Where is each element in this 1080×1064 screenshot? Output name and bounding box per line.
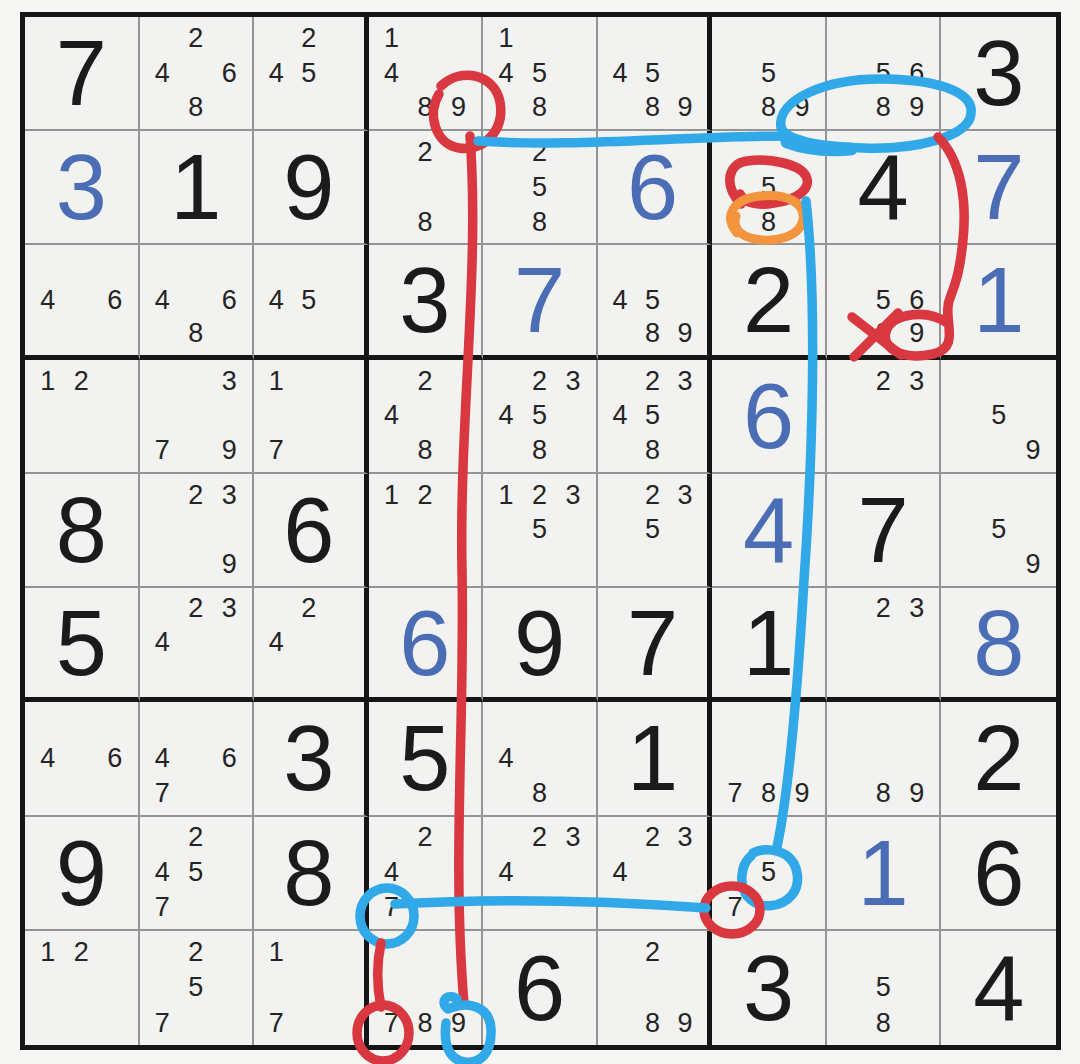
- cell-r1c4[interactable]: 1489: [369, 17, 484, 131]
- candidates: 48: [489, 706, 590, 810]
- candidate-1: 1: [375, 21, 409, 56]
- candidates: 46: [31, 249, 132, 350]
- cell-r3c7[interactable]: 2: [712, 245, 827, 359]
- candidate-1: 1: [260, 935, 293, 970]
- candidate-3: 3: [556, 478, 590, 513]
- candidates: 4589: [604, 249, 702, 350]
- entered-digit: 7: [514, 254, 565, 346]
- given-digit: 8: [283, 827, 334, 919]
- candidate-2: 2: [65, 364, 99, 399]
- cell-r1c9[interactable]: 3: [941, 17, 1056, 131]
- candidates: 1458: [489, 21, 590, 125]
- given-digit: 1: [170, 141, 221, 233]
- cell-r8c2[interactable]: 2457: [140, 817, 255, 931]
- cell-r3c9[interactable]: 1: [941, 245, 1056, 359]
- candidate-8: 8: [523, 433, 557, 468]
- candidate-8: 8: [866, 1006, 900, 1041]
- candidate-5: 5: [752, 855, 786, 890]
- candidate-5: 5: [523, 170, 557, 205]
- candidate-3: 3: [669, 478, 702, 513]
- candidate-8: 8: [636, 1006, 669, 1041]
- candidate-8: 8: [523, 205, 557, 240]
- entered-digit: 6: [399, 597, 450, 689]
- candidates: 59: [947, 364, 1050, 468]
- candidate-5: 5: [752, 170, 786, 205]
- candidate-2: 2: [65, 935, 99, 970]
- candidate-9: 9: [669, 1006, 702, 1041]
- cell-r4c3[interactable]: 17: [254, 360, 369, 474]
- cell-r1c6[interactable]: 4589: [598, 17, 713, 131]
- given-digit: 5: [56, 597, 107, 689]
- candidate-2: 2: [293, 21, 326, 56]
- candidate-5: 5: [866, 56, 900, 91]
- candidate-5: 5: [866, 283, 900, 317]
- candidate-3: 3: [900, 592, 934, 626]
- candidates: 247: [375, 821, 476, 925]
- candidate-4: 4: [31, 741, 65, 776]
- candidate-8: 8: [408, 433, 442, 468]
- given-digit: 3: [283, 712, 334, 804]
- candidate-4: 4: [260, 626, 293, 660]
- candidate-3: 3: [556, 364, 590, 399]
- candidate-3: 3: [900, 364, 934, 399]
- candidates: 1489: [375, 21, 476, 125]
- cell-r7c1[interactable]: 46: [25, 702, 140, 816]
- cell-r5c5[interactable]: 1235: [483, 474, 598, 588]
- cell-r3c5[interactable]: 7: [483, 245, 598, 359]
- candidate-3: 3: [669, 821, 702, 856]
- cell-r7c6[interactable]: 1: [598, 702, 713, 816]
- candidates: 17: [260, 364, 358, 468]
- candidate-4: 4: [146, 855, 180, 890]
- candidate-7: 7: [260, 1006, 293, 1041]
- candidate-5: 5: [636, 398, 669, 433]
- candidate-2: 2: [636, 364, 669, 399]
- cell-r7c9[interactable]: 2: [941, 702, 1056, 816]
- given-digit: 2: [743, 254, 794, 346]
- candidate-2: 2: [636, 478, 669, 513]
- candidates: 59: [947, 478, 1050, 582]
- cell-r5c2[interactable]: 239: [140, 474, 255, 588]
- candidate-4: 4: [31, 283, 65, 317]
- candidates: 58: [718, 135, 819, 239]
- cell-r8c4[interactable]: 247: [369, 817, 484, 931]
- cell-r2c2[interactable]: 1: [140, 131, 255, 245]
- candidate-8: 8: [636, 90, 669, 125]
- cell-r2c7[interactable]: 58: [712, 131, 827, 245]
- candidate-9: 9: [1016, 433, 1050, 468]
- candidate-3: 3: [556, 821, 590, 856]
- cell-r4c6[interactable]: 23458: [598, 360, 713, 474]
- cell-r3c1[interactable]: 46: [25, 245, 140, 359]
- given-digit: 6: [973, 827, 1024, 919]
- cell-r7c2[interactable]: 467: [140, 702, 255, 816]
- candidate-9: 9: [900, 90, 934, 125]
- given-digit: 4: [858, 141, 909, 233]
- candidates: 5689: [833, 249, 934, 350]
- candidate-8: 8: [523, 90, 557, 125]
- candidates: 12: [31, 935, 132, 1041]
- candidate-4: 4: [146, 741, 180, 776]
- candidate-4: 4: [604, 283, 637, 317]
- cell-r6c2[interactable]: 234: [140, 588, 255, 702]
- candidate-8: 8: [408, 90, 442, 125]
- candidate-3: 3: [213, 592, 247, 626]
- candidate-5: 5: [523, 513, 557, 548]
- candidate-9: 9: [1016, 547, 1050, 582]
- candidate-9: 9: [785, 776, 819, 811]
- candidates: 239: [146, 478, 247, 582]
- entered-digit: 6: [743, 370, 794, 462]
- candidate-5: 5: [636, 513, 669, 548]
- candidate-6: 6: [900, 283, 934, 317]
- cell-r2c3[interactable]: 9: [254, 131, 369, 245]
- given-digit: 1: [627, 712, 678, 804]
- candidate-5: 5: [293, 56, 326, 91]
- candidates: 12: [375, 478, 476, 582]
- candidates: 23: [833, 592, 934, 693]
- cell-r4c7[interactable]: 6: [712, 360, 827, 474]
- entered-digit: 3: [56, 141, 107, 233]
- candidate-4: 4: [146, 56, 180, 91]
- candidate-7: 7: [146, 1006, 180, 1041]
- candidates: 589: [718, 21, 819, 125]
- cell-r8c7[interactable]: 57: [712, 817, 827, 931]
- candidate-2: 2: [866, 364, 900, 399]
- candidate-2: 2: [293, 592, 326, 626]
- cell-r3c2[interactable]: 468: [140, 245, 255, 359]
- cell-r3c6[interactable]: 4589: [598, 245, 713, 359]
- candidate-2: 2: [636, 935, 669, 970]
- cell-r7c4[interactable]: 5: [369, 702, 484, 816]
- cell-r9c9[interactable]: 4: [941, 931, 1056, 1045]
- candidate-4: 4: [375, 56, 409, 91]
- entered-digit: 1: [973, 254, 1024, 346]
- cell-r2c4[interactable]: 28: [369, 131, 484, 245]
- cell-r3c3[interactable]: 45: [254, 245, 369, 359]
- candidate-5: 5: [293, 283, 326, 317]
- given-digit: 3: [399, 254, 450, 346]
- candidate-4: 4: [375, 398, 409, 433]
- candidates: 57: [718, 821, 819, 925]
- candidate-9: 9: [669, 90, 702, 125]
- cell-r6c1[interactable]: 5: [25, 588, 140, 702]
- candidate-8: 8: [636, 433, 669, 468]
- candidate-4: 4: [146, 283, 180, 317]
- candidate-9: 9: [785, 90, 819, 125]
- candidates: 45: [260, 249, 358, 350]
- candidate-5: 5: [982, 398, 1016, 433]
- cell-r5c8[interactable]: 7: [827, 474, 942, 588]
- candidate-2: 2: [523, 821, 557, 856]
- candidate-2: 2: [523, 135, 557, 170]
- given-digit: 3: [973, 27, 1024, 119]
- candidate-2: 2: [523, 478, 557, 513]
- candidates: 789: [375, 935, 476, 1041]
- cell-r7c3[interactable]: 3: [254, 702, 369, 816]
- candidate-2: 2: [179, 592, 213, 626]
- cell-r5c4[interactable]: 12: [369, 474, 484, 588]
- candidate-1: 1: [31, 935, 65, 970]
- cell-r9c2[interactable]: 257: [140, 931, 255, 1045]
- candidate-5: 5: [866, 970, 900, 1005]
- candidate-8: 8: [179, 317, 213, 351]
- candidates: 257: [146, 935, 247, 1041]
- candidate-8: 8: [866, 90, 900, 125]
- cell-r5c1[interactable]: 8: [25, 474, 140, 588]
- candidate-4: 4: [604, 56, 637, 91]
- cell-r9c8[interactable]: 58: [827, 931, 942, 1045]
- candidate-6: 6: [98, 283, 132, 317]
- candidates: 789: [718, 706, 819, 810]
- candidates: 234: [146, 592, 247, 693]
- candidate-5: 5: [636, 283, 669, 317]
- candidate-6: 6: [213, 283, 247, 317]
- cell-r1c1[interactable]: 7: [25, 17, 140, 131]
- screenshot: 7246824514891458458958956893319282586584…: [0, 0, 1080, 1064]
- given-digit: 7: [56, 27, 107, 119]
- candidate-8: 8: [866, 776, 900, 811]
- candidates: 289: [604, 935, 702, 1041]
- given-digit: 8: [56, 484, 107, 576]
- cell-r2c6[interactable]: 6: [598, 131, 713, 245]
- candidate-2: 2: [866, 592, 900, 626]
- cell-r9c6[interactable]: 289: [598, 931, 713, 1045]
- cell-r7c5[interactable]: 48: [483, 702, 598, 816]
- cell-r2c5[interactable]: 258: [483, 131, 598, 245]
- candidate-3: 3: [213, 478, 247, 513]
- candidates: 24: [260, 592, 358, 693]
- candidate-1: 1: [31, 364, 65, 399]
- entered-digit: 4: [743, 484, 794, 576]
- candidate-2: 2: [179, 821, 213, 856]
- candidate-4: 4: [489, 855, 523, 890]
- candidate-8: 8: [752, 205, 786, 240]
- candidate-7: 7: [718, 776, 752, 811]
- candidate-6: 6: [213, 56, 247, 91]
- candidate-4: 4: [489, 398, 523, 433]
- candidate-5: 5: [636, 56, 669, 91]
- candidate-2: 2: [179, 21, 213, 56]
- cell-r7c8[interactable]: 89: [827, 702, 942, 816]
- candidate-7: 7: [375, 890, 409, 925]
- cell-r1c5[interactable]: 1458: [483, 17, 598, 131]
- candidate-4: 4: [489, 56, 523, 91]
- candidates: 1235: [489, 478, 590, 582]
- candidate-5: 5: [179, 855, 213, 890]
- candidate-7: 7: [718, 890, 752, 925]
- given-digit: 7: [858, 484, 909, 576]
- entered-digit: 8: [973, 597, 1024, 689]
- candidates: 28: [375, 135, 476, 239]
- cell-r4c8[interactable]: 23: [827, 360, 942, 474]
- given-digit: 3: [743, 942, 794, 1034]
- candidates: 23: [833, 364, 934, 468]
- cell-r9c3[interactable]: 17: [254, 931, 369, 1045]
- candidate-9: 9: [442, 1006, 476, 1041]
- cell-r6c3[interactable]: 24: [254, 588, 369, 702]
- given-digit: 7: [627, 597, 678, 689]
- candidate-3: 3: [213, 364, 247, 399]
- candidates: 12: [31, 364, 132, 468]
- candidate-4: 4: [604, 855, 637, 890]
- candidate-2: 2: [408, 364, 442, 399]
- candidate-9: 9: [900, 317, 934, 351]
- cell-r1c2[interactable]: 2468: [140, 17, 255, 131]
- entered-digit: 6: [627, 141, 678, 233]
- candidate-4: 4: [146, 626, 180, 660]
- cell-r6c5[interactable]: 9: [483, 588, 598, 702]
- candidate-7: 7: [146, 433, 180, 468]
- candidate-3: 3: [669, 364, 702, 399]
- cell-r8c1[interactable]: 9: [25, 817, 140, 931]
- candidates: 234: [604, 821, 702, 925]
- candidate-1: 1: [260, 364, 293, 399]
- cell-r6c7[interactable]: 1: [712, 588, 827, 702]
- candidates: 23458: [489, 364, 590, 468]
- cell-r8c6[interactable]: 234: [598, 817, 713, 931]
- cell-r9c4[interactable]: 789: [369, 931, 484, 1045]
- cell-r1c7[interactable]: 589: [712, 17, 827, 131]
- candidate-2: 2: [179, 935, 213, 970]
- candidate-9: 9: [213, 433, 247, 468]
- given-digit: 6: [514, 942, 565, 1034]
- cell-r8c8[interactable]: 1: [827, 817, 942, 931]
- entered-digit: 1: [858, 827, 909, 919]
- candidate-2: 2: [523, 364, 557, 399]
- candidate-1: 1: [375, 478, 409, 513]
- candidate-9: 9: [442, 90, 476, 125]
- candidate-9: 9: [213, 547, 247, 582]
- candidate-8: 8: [179, 90, 213, 125]
- candidates: 467: [146, 706, 247, 810]
- given-digit: 1: [743, 597, 794, 689]
- candidate-8: 8: [636, 317, 669, 351]
- cell-r3c8[interactable]: 5689: [827, 245, 942, 359]
- candidate-8: 8: [523, 776, 557, 811]
- candidate-9: 9: [900, 776, 934, 811]
- candidate-1: 1: [489, 21, 523, 56]
- candidate-8: 8: [408, 1006, 442, 1041]
- cell-r9c7[interactable]: 3: [712, 931, 827, 1045]
- candidates: 4589: [604, 21, 702, 125]
- given-digit: 9: [283, 141, 334, 233]
- cell-r5c9[interactable]: 59: [941, 474, 1056, 588]
- cell-r2c8[interactable]: 4: [827, 131, 942, 245]
- candidates: 234: [489, 821, 590, 925]
- cell-r4c9[interactable]: 59: [941, 360, 1056, 474]
- candidate-8: 8: [752, 90, 786, 125]
- entered-digit: 7: [973, 141, 1024, 233]
- given-digit: 5: [399, 712, 450, 804]
- cell-r9c1[interactable]: 12: [25, 931, 140, 1045]
- candidate-5: 5: [523, 398, 557, 433]
- candidates: 2468: [146, 21, 247, 125]
- cell-r8c3[interactable]: 8: [254, 817, 369, 931]
- candidate-2: 2: [636, 821, 669, 856]
- cell-r1c8[interactable]: 5689: [827, 17, 942, 131]
- given-digit: 4: [973, 942, 1024, 1034]
- candidate-7: 7: [146, 890, 180, 925]
- given-digit: 9: [514, 597, 565, 689]
- candidates: 379: [146, 364, 247, 468]
- candidate-8: 8: [866, 317, 900, 351]
- candidate-6: 6: [213, 741, 247, 776]
- given-digit: 2: [973, 712, 1024, 804]
- candidate-2: 2: [179, 478, 213, 513]
- candidate-5: 5: [982, 513, 1016, 548]
- cell-r2c9[interactable]: 7: [941, 131, 1056, 245]
- cell-r4c1[interactable]: 12: [25, 360, 140, 474]
- cell-r4c5[interactable]: 23458: [483, 360, 598, 474]
- cell-r8c5[interactable]: 234: [483, 817, 598, 931]
- candidate-4: 4: [260, 283, 293, 317]
- candidates: 58: [833, 935, 934, 1041]
- candidate-7: 7: [146, 776, 180, 811]
- cell-r4c2[interactable]: 379: [140, 360, 255, 474]
- candidates: 23458: [604, 364, 702, 468]
- candidate-4: 4: [260, 56, 293, 91]
- cell-r5c3[interactable]: 6: [254, 474, 369, 588]
- candidate-9: 9: [669, 317, 702, 351]
- given-digit: 9: [56, 827, 107, 919]
- candidate-8: 8: [408, 205, 442, 240]
- candidate-6: 6: [98, 741, 132, 776]
- candidates: 248: [375, 364, 476, 468]
- candidate-6: 6: [900, 56, 934, 91]
- candidate-5: 5: [179, 970, 213, 1005]
- cell-r7c7[interactable]: 789: [712, 702, 827, 816]
- candidate-7: 7: [375, 1006, 409, 1041]
- candidates: 5689: [833, 21, 934, 125]
- candidate-8: 8: [752, 776, 786, 811]
- candidate-5: 5: [752, 56, 786, 91]
- cell-r2c1[interactable]: 3: [25, 131, 140, 245]
- candidate-2: 2: [408, 821, 442, 856]
- cell-r9c5[interactable]: 6: [483, 931, 598, 1045]
- cell-r3c4[interactable]: 3: [369, 245, 484, 359]
- candidate-2: 2: [408, 135, 442, 170]
- given-digit: 6: [283, 484, 334, 576]
- cell-r8c9[interactable]: 6: [941, 817, 1056, 931]
- candidates: 17: [260, 935, 358, 1041]
- cell-r6c8[interactable]: 23: [827, 588, 942, 702]
- candidate-4: 4: [375, 855, 409, 890]
- candidate-1: 1: [489, 478, 523, 513]
- candidates: 89: [833, 706, 934, 810]
- cell-r6c4[interactable]: 6: [369, 588, 484, 702]
- cell-r5c7[interactable]: 4: [712, 474, 827, 588]
- cell-r6c9[interactable]: 8: [941, 588, 1056, 702]
- candidate-7: 7: [260, 433, 293, 468]
- sudoku-board: 7246824514891458458958956893319282586584…: [20, 12, 1061, 1050]
- candidates: 235: [604, 478, 702, 582]
- cell-r1c3[interactable]: 245: [254, 17, 369, 131]
- candidates: 46: [31, 706, 132, 810]
- candidate-2: 2: [408, 478, 442, 513]
- candidate-4: 4: [604, 398, 637, 433]
- candidates: 245: [260, 21, 358, 125]
- cell-r6c6[interactable]: 7: [598, 588, 713, 702]
- cell-r4c4[interactable]: 248: [369, 360, 484, 474]
- candidates: 468: [146, 249, 247, 350]
- candidates: 2457: [146, 821, 247, 925]
- candidates: 258: [489, 135, 590, 239]
- cell-r5c6[interactable]: 235: [598, 474, 713, 588]
- candidate-5: 5: [523, 56, 557, 91]
- candidate-4: 4: [489, 741, 523, 776]
